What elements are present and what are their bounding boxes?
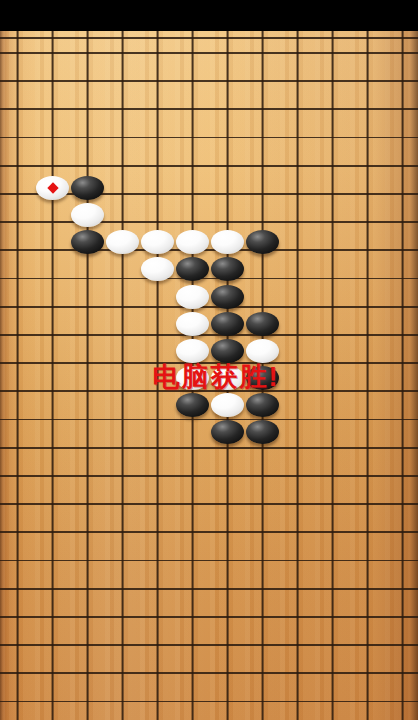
- app-screen: 电脑获胜!: [0, 0, 418, 720]
- stone-white-last-move: [36, 176, 69, 200]
- last-move-marker: [47, 182, 58, 193]
- stone-white: [176, 285, 209, 309]
- stone-black: [211, 312, 244, 336]
- gomoku-board[interactable]: 电脑获胜!: [0, 0, 418, 720]
- stone-black: [71, 176, 104, 200]
- stone-black: [246, 312, 279, 336]
- stone-black: [211, 285, 244, 309]
- status-bar: [0, 0, 418, 31]
- win-message: 电脑获胜!: [0, 359, 418, 395]
- stone-white: [176, 312, 209, 336]
- stone-white: [71, 203, 104, 227]
